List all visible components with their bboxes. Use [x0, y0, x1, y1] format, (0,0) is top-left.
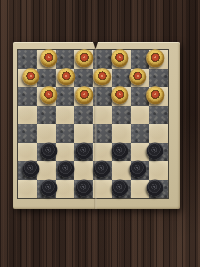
yellow-piece-r0c7[interactable]: [147, 50, 165, 68]
black-piece-r5c5[interactable]: [111, 142, 128, 159]
black-piece-r6c2[interactable]: [58, 161, 75, 178]
yellow-piece-r2c3[interactable]: [75, 87, 93, 105]
table-surface: [0, 0, 200, 267]
pieces-layer: [13, 42, 180, 209]
yellow-piece-r2c5[interactable]: [111, 87, 129, 105]
checkers-board: [13, 42, 180, 209]
black-piece-r7c7[interactable]: [147, 179, 164, 196]
yellow-piece-r2c1[interactable]: [40, 87, 58, 105]
yellow-piece-r1c4[interactable]: [93, 68, 111, 86]
black-piece-r5c7[interactable]: [147, 142, 164, 159]
yellow-piece-r0c3[interactable]: [75, 50, 93, 68]
black-piece-r7c5[interactable]: [111, 179, 128, 196]
black-piece-r6c4[interactable]: [94, 161, 111, 178]
black-piece-r7c1[interactable]: [40, 179, 57, 196]
yellow-piece-r1c2[interactable]: [58, 68, 76, 86]
yellow-piece-r0c1[interactable]: [40, 50, 58, 68]
black-piece-r7c3[interactable]: [76, 179, 93, 196]
black-piece-r6c0[interactable]: [22, 161, 39, 178]
black-piece-r5c1[interactable]: [40, 142, 57, 159]
yellow-piece-r2c7[interactable]: [147, 87, 165, 105]
yellow-piece-r1c6[interactable]: [129, 68, 147, 86]
black-piece-r6c6[interactable]: [129, 161, 146, 178]
black-piece-r5c3[interactable]: [76, 142, 93, 159]
yellow-piece-r0c5[interactable]: [111, 50, 129, 68]
yellow-piece-r1c0[interactable]: [22, 68, 40, 86]
